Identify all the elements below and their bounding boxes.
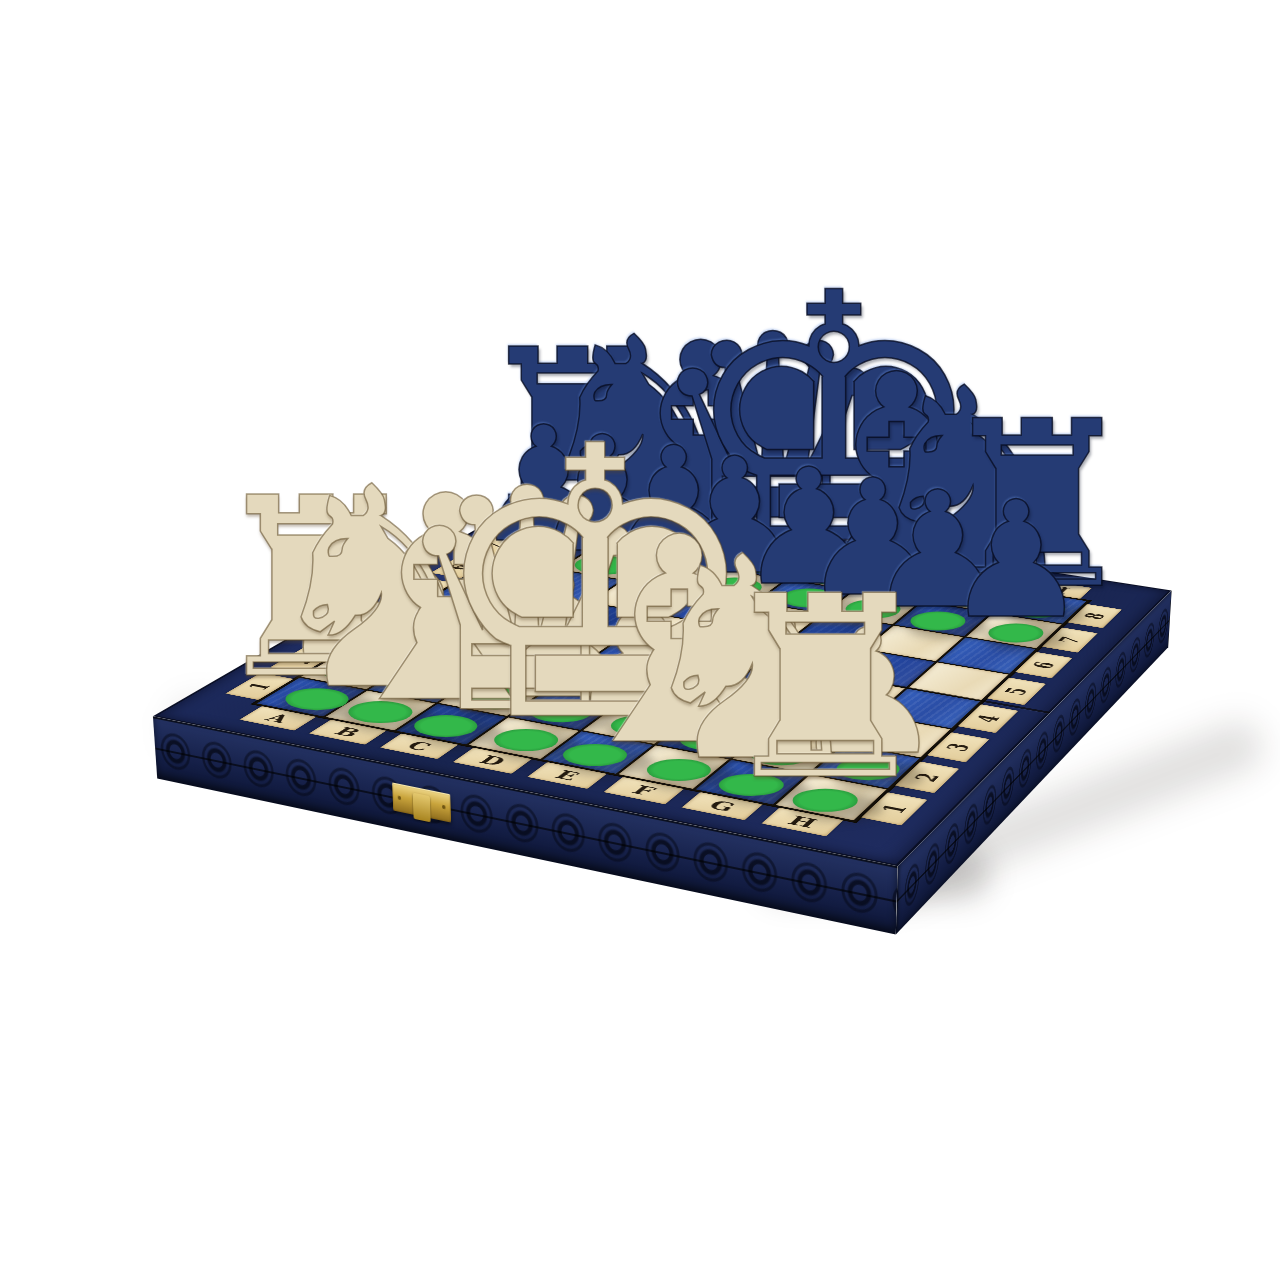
- coordinate-plate: 3: [927, 732, 989, 762]
- coordinate-plate: C: [380, 734, 457, 759]
- square-a2[interactable]: [301, 652, 407, 689]
- square-d3[interactable]: [549, 664, 653, 702]
- coordinate-plate: E: [528, 762, 607, 789]
- file-label-d: D: [443, 745, 541, 777]
- coordinate-plate: B: [309, 720, 386, 745]
- brass-latch[interactable]: [392, 782, 451, 822]
- square-h1[interactable]: [775, 775, 886, 821]
- file-label-f: F: [594, 774, 694, 808]
- coordinate-plate: H: [762, 808, 843, 837]
- square-b1[interactable]: [326, 691, 435, 731]
- square-h5[interactable]: [908, 662, 1008, 700]
- scene: ABCDEFGH ABCDEFGH 12345678 12345678: [0, 0, 1280, 1280]
- coordinate-plate: 1: [226, 673, 294, 700]
- latch-screw: [442, 805, 446, 810]
- coordinate-plate: 2: [895, 762, 959, 793]
- square-f2[interactable]: [657, 717, 765, 759]
- rank-label-4: 4: [951, 701, 1025, 737]
- square-g3[interactable]: [768, 702, 873, 743]
- square-e3[interactable]: [621, 676, 725, 715]
- square-g1[interactable]: [696, 760, 807, 805]
- square-c2[interactable]: [439, 677, 546, 716]
- square-d1[interactable]: [469, 717, 579, 759]
- latch-tab: [413, 793, 431, 823]
- rank-label-5: 5: [981, 674, 1053, 708]
- file-label-g: G: [671, 789, 772, 823]
- square-f1[interactable]: [618, 745, 729, 789]
- square-f3[interactable]: [694, 689, 799, 729]
- coordinate-plate: 6: [1015, 652, 1072, 678]
- rank-label-1: 1: [854, 788, 935, 829]
- square-e4[interactable]: [657, 651, 759, 688]
- square-g5[interactable]: [835, 650, 935, 687]
- square-c3[interactable]: [479, 651, 583, 688]
- file-label-c: C: [370, 731, 467, 762]
- chess-board-3d: ABCDEFGH ABCDEFGH 12345678 12345678: [153, 493, 1172, 866]
- square-c1[interactable]: [397, 704, 506, 745]
- rank-label-2: 2: [888, 758, 967, 797]
- square-f4[interactable]: [729, 663, 831, 701]
- coordinate-plate: D: [453, 748, 531, 774]
- file-label-b: B: [299, 717, 395, 748]
- coordinate-plate: 1: [861, 792, 927, 825]
- rank-label-6: 6: [1009, 649, 1079, 682]
- square-e2[interactable]: [583, 703, 690, 744]
- square-h2[interactable]: [811, 745, 919, 789]
- file-label-a: A: [230, 703, 325, 733]
- latch-screw: [398, 796, 402, 801]
- square-d2[interactable]: [510, 690, 617, 730]
- coordinate-plate: G: [682, 792, 762, 820]
- square-g4[interactable]: [802, 676, 904, 715]
- board-top-face: ABCDEFGH ABCDEFGH 12345678 12345678: [153, 493, 1172, 866]
- square-a1[interactable]: [257, 678, 366, 717]
- coordinate-plate: 4: [958, 704, 1018, 733]
- file-label-h: H: [751, 804, 853, 839]
- rank-label-1: 1: [218, 669, 302, 703]
- rank-label-3: 3: [920, 729, 996, 767]
- coordinate-plate: 5: [987, 678, 1046, 705]
- coordinate-plate: F: [604, 777, 684, 804]
- square-b2[interactable]: [369, 664, 475, 702]
- square-e1[interactable]: [543, 731, 653, 774]
- square-h4[interactable]: [877, 689, 980, 729]
- square-g2[interactable]: [733, 730, 841, 773]
- coordinate-plate: A: [240, 706, 316, 730]
- file-label-e: E: [517, 759, 616, 792]
- coordinate-plate: 2: [270, 647, 336, 673]
- square-h3[interactable]: [845, 716, 950, 758]
